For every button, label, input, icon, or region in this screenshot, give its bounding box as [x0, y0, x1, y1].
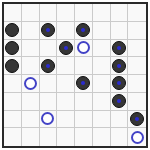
cell-r1c7[interactable] — [111, 4, 129, 22]
cell-r3c1[interactable] — [4, 40, 22, 58]
blue-center-dot — [117, 46, 121, 50]
blue-center-dot — [46, 28, 50, 32]
cell-r6c4[interactable] — [57, 93, 75, 111]
cell-r5c4[interactable] — [57, 75, 75, 93]
cell-r5c3[interactable] — [40, 75, 58, 93]
black-stone-dotted — [112, 76, 126, 90]
cell-r3c7[interactable] — [111, 40, 129, 58]
cell-r7c8[interactable] — [128, 111, 146, 129]
cell-r2c5[interactable] — [75, 22, 93, 40]
cell-r2c4[interactable] — [57, 22, 75, 40]
cell-r8c7[interactable] — [111, 128, 129, 146]
white-circle — [77, 41, 90, 54]
cell-r4c6[interactable] — [93, 57, 111, 75]
cell-r1c2[interactable] — [22, 4, 40, 22]
cell-r4c5[interactable] — [75, 57, 93, 75]
cell-r8c3[interactable] — [40, 128, 58, 146]
cell-r3c5[interactable] — [75, 40, 93, 58]
cell-r5c6[interactable] — [93, 75, 111, 93]
black-stone-dotted — [76, 23, 90, 37]
cell-r5c2[interactable] — [22, 75, 40, 93]
cell-r7c5[interactable] — [75, 111, 93, 129]
cell-r8c2[interactable] — [22, 128, 40, 146]
cell-r7c3[interactable] — [40, 111, 58, 129]
blue-center-dot — [117, 81, 121, 85]
cell-r7c2[interactable] — [22, 111, 40, 129]
cell-r3c6[interactable] — [93, 40, 111, 58]
cell-r4c1[interactable] — [4, 57, 22, 75]
cell-r3c3[interactable] — [40, 40, 58, 58]
blue-center-dot — [64, 46, 68, 50]
blue-center-dot — [46, 64, 50, 68]
blue-center-dot — [135, 117, 139, 121]
cell-r3c8[interactable] — [128, 40, 146, 58]
cell-r2c6[interactable] — [93, 22, 111, 40]
cell-r2c3[interactable] — [40, 22, 58, 40]
cell-r3c4[interactable] — [57, 40, 75, 58]
cell-r4c7[interactable] — [111, 57, 129, 75]
cell-r4c3[interactable] — [40, 57, 58, 75]
blue-center-dot — [117, 99, 121, 103]
cell-r3c2[interactable] — [22, 40, 40, 58]
cell-r6c2[interactable] — [22, 93, 40, 111]
cell-r6c6[interactable] — [93, 93, 111, 111]
cell-r1c6[interactable] — [93, 4, 111, 22]
cell-r7c4[interactable] — [57, 111, 75, 129]
cell-r1c3[interactable] — [40, 4, 58, 22]
cell-r8c4[interactable] — [57, 128, 75, 146]
cell-r6c5[interactable] — [75, 93, 93, 111]
white-circle — [131, 131, 144, 144]
cell-r6c3[interactable] — [40, 93, 58, 111]
white-circle — [41, 112, 54, 125]
cell-r7c1[interactable] — [4, 111, 22, 129]
black-stone — [5, 41, 19, 55]
cell-r2c1[interactable] — [4, 22, 22, 40]
black-stone-dotted — [76, 76, 90, 90]
black-stone-dotted — [112, 41, 126, 55]
black-stone-dotted — [59, 41, 73, 55]
cell-r6c7[interactable] — [111, 93, 129, 111]
cell-r5c1[interactable] — [4, 75, 22, 93]
cell-r2c2[interactable] — [22, 22, 40, 40]
puzzle-page — [0, 0, 150, 150]
cell-r6c8[interactable] — [128, 93, 146, 111]
puzzle-board — [2, 2, 148, 148]
cell-r5c8[interactable] — [128, 75, 146, 93]
black-stone-dotted — [41, 23, 55, 37]
blue-center-dot — [81, 81, 85, 85]
cell-r6c1[interactable] — [4, 93, 22, 111]
black-stone-dotted — [41, 59, 55, 73]
black-stone — [5, 59, 19, 73]
cell-r8c8[interactable] — [128, 128, 146, 146]
cell-r8c5[interactable] — [75, 128, 93, 146]
cell-r2c7[interactable] — [111, 22, 129, 40]
black-stone — [5, 23, 19, 37]
black-stone-dotted — [112, 94, 126, 108]
black-stone-dotted — [130, 112, 144, 126]
cell-r1c4[interactable] — [57, 4, 75, 22]
cell-r4c8[interactable] — [128, 57, 146, 75]
blue-center-dot — [81, 28, 85, 32]
white-circle — [24, 77, 37, 90]
cell-r1c1[interactable] — [4, 4, 22, 22]
cell-r7c6[interactable] — [93, 111, 111, 129]
cell-r1c5[interactable] — [75, 4, 93, 22]
cell-r7c7[interactable] — [111, 111, 129, 129]
cell-r8c1[interactable] — [4, 128, 22, 146]
cell-r4c2[interactable] — [22, 57, 40, 75]
cell-r2c8[interactable] — [128, 22, 146, 40]
cell-r5c7[interactable] — [111, 75, 129, 93]
cell-r4c4[interactable] — [57, 57, 75, 75]
blue-center-dot — [117, 64, 121, 68]
cell-r1c8[interactable] — [128, 4, 146, 22]
cell-r5c5[interactable] — [75, 75, 93, 93]
cell-r8c6[interactable] — [93, 128, 111, 146]
black-stone-dotted — [112, 59, 126, 73]
